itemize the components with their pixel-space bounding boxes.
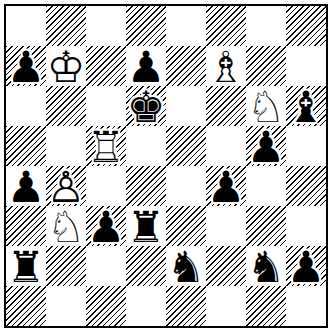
- piece-black-king[interactable]: ♚: [126, 86, 166, 126]
- black-rook-icon: ♜: [6, 247, 46, 286]
- square-d4[interactable]: [126, 166, 166, 206]
- black-pawn-icon: ♟: [286, 247, 326, 286]
- square-e2[interactable]: ♞: [166, 246, 206, 286]
- page: ♟♚♔♟♝♗♚♞♘♝♜♖♟♟♟♙♟♞♘♟♜♜♞♞♟: [0, 0, 332, 332]
- square-b4[interactable]: ♟♙: [46, 166, 86, 206]
- square-b2[interactable]: [46, 246, 86, 286]
- piece-black-pawn[interactable]: ♟: [86, 206, 126, 246]
- square-f1[interactable]: [206, 286, 246, 326]
- square-f2[interactable]: [206, 246, 246, 286]
- square-e7[interactable]: [166, 46, 206, 86]
- black-pawn-icon: ♟: [126, 47, 166, 86]
- piece-white-king[interactable]: ♚♔: [46, 46, 86, 86]
- black-king-icon: ♚: [126, 87, 166, 126]
- square-f5[interactable]: [206, 126, 246, 166]
- square-f8[interactable]: [206, 6, 246, 46]
- square-d7[interactable]: ♟: [126, 46, 166, 86]
- piece-black-rook[interactable]: ♜: [126, 206, 166, 246]
- piece-black-pawn[interactable]: ♟: [126, 46, 166, 86]
- square-h4[interactable]: [286, 166, 326, 206]
- white-pawn-outline-icon: ♙: [46, 167, 86, 206]
- square-e6[interactable]: [166, 86, 206, 126]
- square-b3[interactable]: ♞♘: [46, 206, 86, 246]
- square-h1[interactable]: [286, 286, 326, 326]
- square-a6[interactable]: [6, 86, 46, 126]
- piece-black-pawn[interactable]: ♟: [206, 166, 246, 206]
- square-f3[interactable]: [206, 206, 246, 246]
- piece-white-pawn[interactable]: ♟♙: [46, 166, 86, 206]
- square-a4[interactable]: ♟: [6, 166, 46, 206]
- square-a1[interactable]: [6, 286, 46, 326]
- square-d5[interactable]: [126, 126, 166, 166]
- white-knight-outline-icon: ♘: [246, 87, 286, 126]
- square-e4[interactable]: [166, 166, 206, 206]
- square-g3[interactable]: [246, 206, 286, 246]
- square-c4[interactable]: [86, 166, 126, 206]
- square-h6[interactable]: ♝: [286, 86, 326, 126]
- square-a7[interactable]: ♟: [6, 46, 46, 86]
- square-g8[interactable]: [246, 6, 286, 46]
- square-d6[interactable]: ♚: [126, 86, 166, 126]
- piece-black-pawn[interactable]: ♟: [246, 126, 286, 166]
- piece-black-bishop[interactable]: ♝: [286, 86, 326, 126]
- white-bishop-outline-icon: ♗: [206, 47, 246, 86]
- white-king-outline-icon: ♔: [46, 47, 86, 86]
- square-b5[interactable]: [46, 126, 86, 166]
- square-e5[interactable]: [166, 126, 206, 166]
- square-h8[interactable]: [286, 6, 326, 46]
- square-c3[interactable]: ♟: [86, 206, 126, 246]
- piece-black-pawn[interactable]: ♟: [6, 46, 46, 86]
- square-d8[interactable]: [126, 6, 166, 46]
- square-f4[interactable]: ♟: [206, 166, 246, 206]
- black-pawn-icon: ♟: [246, 127, 286, 166]
- square-h2[interactable]: ♟: [286, 246, 326, 286]
- square-c6[interactable]: [86, 86, 126, 126]
- black-pawn-icon: ♟: [6, 167, 46, 206]
- black-pawn-icon: ♟: [206, 167, 246, 206]
- square-f7[interactable]: ♝♗: [206, 46, 246, 86]
- square-c5[interactable]: ♜♖: [86, 126, 126, 166]
- square-h7[interactable]: [286, 46, 326, 86]
- black-knight-icon: ♞: [246, 247, 286, 286]
- square-e3[interactable]: [166, 206, 206, 246]
- square-a8[interactable]: [6, 6, 46, 46]
- square-f6[interactable]: [206, 86, 246, 126]
- piece-white-knight[interactable]: ♞♘: [46, 206, 86, 246]
- square-b8[interactable]: [46, 6, 86, 46]
- black-bishop-icon: ♝: [286, 87, 326, 126]
- piece-black-pawn[interactable]: ♟: [286, 246, 326, 286]
- square-e1[interactable]: [166, 286, 206, 326]
- square-g4[interactable]: [246, 166, 286, 206]
- square-a2[interactable]: ♜: [6, 246, 46, 286]
- square-g2[interactable]: ♞: [246, 246, 286, 286]
- square-h5[interactable]: [286, 126, 326, 166]
- square-d3[interactable]: ♜: [126, 206, 166, 246]
- square-e8[interactable]: [166, 6, 206, 46]
- piece-black-pawn[interactable]: ♟: [6, 166, 46, 206]
- square-c2[interactable]: [86, 246, 126, 286]
- white-rook-outline-icon: ♖: [86, 127, 126, 166]
- square-a3[interactable]: [6, 206, 46, 246]
- square-c8[interactable]: [86, 6, 126, 46]
- piece-black-rook[interactable]: ♜: [6, 246, 46, 286]
- black-knight-icon: ♞: [166, 247, 206, 286]
- piece-white-rook[interactable]: ♜♖: [86, 126, 126, 166]
- square-b6[interactable]: [46, 86, 86, 126]
- square-g1[interactable]: [246, 286, 286, 326]
- square-a5[interactable]: [6, 126, 46, 166]
- square-c7[interactable]: [86, 46, 126, 86]
- piece-black-knight[interactable]: ♞: [166, 246, 206, 286]
- black-pawn-icon: ♟: [86, 207, 126, 246]
- piece-white-knight[interactable]: ♞♘: [246, 86, 286, 126]
- square-d2[interactable]: [126, 246, 166, 286]
- square-b7[interactable]: ♚♔: [46, 46, 86, 86]
- square-d1[interactable]: [126, 286, 166, 326]
- black-rook-icon: ♜: [126, 207, 166, 246]
- piece-white-bishop[interactable]: ♝♗: [206, 46, 246, 86]
- square-c1[interactable]: [86, 286, 126, 326]
- square-g6[interactable]: ♞♘: [246, 86, 286, 126]
- square-h3[interactable]: [286, 206, 326, 246]
- square-g5[interactable]: ♟: [246, 126, 286, 166]
- piece-black-knight[interactable]: ♞: [246, 246, 286, 286]
- chess-board: ♟♚♔♟♝♗♚♞♘♝♜♖♟♟♟♙♟♞♘♟♜♜♞♞♟: [4, 4, 328, 328]
- black-pawn-icon: ♟: [6, 47, 46, 86]
- square-b1[interactable]: [46, 286, 86, 326]
- white-knight-outline-icon: ♘: [46, 207, 86, 246]
- square-g7[interactable]: [246, 46, 286, 86]
